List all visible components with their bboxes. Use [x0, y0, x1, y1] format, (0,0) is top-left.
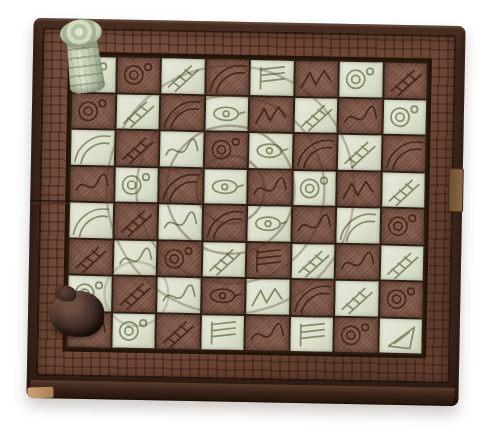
- carved-motif-ladder: [380, 245, 423, 280]
- square-c8[interactable]: [161, 58, 204, 93]
- square-f1[interactable]: [290, 316, 333, 351]
- carved-motif-spiral: [380, 282, 423, 317]
- square-g6[interactable]: [338, 135, 381, 170]
- carved-motif-spiral: [204, 132, 247, 167]
- square-e2[interactable]: [246, 279, 289, 314]
- square-a7[interactable]: [72, 93, 115, 128]
- carved-motif-ladder: [115, 130, 158, 165]
- carved-motif-ladder: [156, 314, 199, 349]
- square-g7[interactable]: [339, 98, 382, 133]
- photo-background: [0, 0, 500, 445]
- carved-motif-ladder: [291, 243, 334, 278]
- square-c6[interactable]: [160, 131, 203, 166]
- carved-motif-eye: [202, 278, 245, 313]
- carved-motif-arc: [71, 130, 114, 165]
- carved-motif-spiral: [339, 62, 382, 97]
- carved-motif-arc: [69, 203, 112, 238]
- carved-motif-banner: [250, 60, 293, 95]
- carved-motif-banner: [247, 243, 290, 278]
- carved-motif-arc: [382, 136, 425, 171]
- square-g8[interactable]: [339, 62, 382, 97]
- square-c3[interactable]: [158, 241, 201, 276]
- carved-motif-wave: [292, 207, 335, 242]
- carved-motif-wave: [248, 170, 291, 205]
- square-c7[interactable]: [161, 95, 204, 130]
- square-e8[interactable]: [250, 60, 293, 95]
- carved-motif-spiral: [72, 93, 115, 128]
- square-e7[interactable]: [250, 97, 293, 132]
- square-g5[interactable]: [337, 171, 380, 206]
- square-h3[interactable]: [380, 245, 423, 280]
- square-e6[interactable]: [249, 133, 292, 168]
- square-a6[interactable]: [71, 130, 114, 165]
- square-d4[interactable]: [203, 205, 246, 240]
- square-f7[interactable]: [294, 97, 337, 132]
- carved-motif-arc: [291, 280, 334, 315]
- carved-motif-spiral: [293, 170, 336, 205]
- square-h5[interactable]: [382, 172, 425, 207]
- square-f8[interactable]: [295, 61, 338, 96]
- carved-motif-wave: [157, 277, 200, 312]
- carved-motif-ladder: [113, 276, 156, 311]
- square-g4[interactable]: [336, 208, 379, 243]
- square-c5[interactable]: [159, 168, 202, 203]
- board-grid: [65, 55, 429, 356]
- carved-motif-wave: [158, 204, 201, 239]
- square-g2[interactable]: [335, 281, 378, 316]
- square-f3[interactable]: [291, 243, 334, 278]
- carved-motif-zigzag: [295, 61, 338, 96]
- carved-motif-banner: [201, 315, 244, 350]
- carved-motif-eye: [249, 133, 292, 168]
- square-b5[interactable]: [115, 167, 158, 202]
- carved-motif-arc: [203, 205, 246, 240]
- square-g1[interactable]: [334, 317, 377, 352]
- square-b2[interactable]: [113, 276, 156, 311]
- square-a4[interactable]: [69, 203, 112, 238]
- square-h8[interactable]: [384, 63, 427, 98]
- carved-motif-ladder: [161, 58, 204, 93]
- square-d6[interactable]: [204, 132, 247, 167]
- carved-motif-wave: [70, 166, 113, 201]
- carved-motif-wave: [113, 240, 156, 275]
- light-wood-corner: [27, 387, 53, 399]
- carved-motif-spiral: [115, 167, 158, 202]
- black-rook-body: [50, 290, 105, 337]
- carved-motif-ladder: [69, 239, 112, 274]
- carved-motif-spiral: [383, 99, 426, 134]
- square-c2[interactable]: [157, 277, 200, 312]
- hinge-right: [448, 168, 464, 212]
- square-a3[interactable]: [69, 239, 112, 274]
- carved-motif-ladder: [338, 135, 381, 170]
- carved-motif-ladder: [116, 94, 159, 129]
- square-e1[interactable]: [245, 316, 288, 351]
- square-a5[interactable]: [70, 166, 113, 201]
- carved-motif-arc: [293, 134, 336, 169]
- carved-motif-ladder: [384, 63, 427, 98]
- carved-motif-spiral: [117, 58, 160, 93]
- carved-motif-banner: [290, 316, 333, 351]
- square-f6[interactable]: [293, 134, 336, 169]
- square-d2[interactable]: [202, 278, 245, 313]
- carved-motif-spiral: [334, 317, 377, 352]
- carved-motif-spiral: [158, 241, 201, 276]
- carved-motif-arc: [161, 95, 204, 130]
- chess-board-box: [26, 18, 465, 406]
- square-h4[interactable]: [381, 209, 424, 244]
- carved-motif-spiral: [112, 313, 155, 348]
- fold-seam-left: [30, 200, 70, 205]
- carved-motif-eye: [247, 206, 290, 241]
- square-d8[interactable]: [206, 59, 249, 94]
- black-rook-piece[interactable]: [50, 290, 105, 337]
- square-f4[interactable]: [292, 207, 335, 242]
- carved-motif-eye: [204, 169, 247, 204]
- square-d5[interactable]: [204, 169, 247, 204]
- carved-motif-spiral: [381, 209, 424, 244]
- carved-motif-ladder: [294, 97, 337, 132]
- carved-motif-ladder: [114, 203, 157, 238]
- square-h6[interactable]: [382, 136, 425, 171]
- carved-motif-wave: [160, 131, 203, 166]
- square-d1[interactable]: [201, 315, 244, 350]
- carved-motif-tri: [379, 318, 422, 353]
- carved-motif-eye: [205, 96, 248, 131]
- carved-motif-zigzag: [246, 279, 289, 314]
- carved-motif-arc: [206, 59, 249, 94]
- carved-motif-arc: [336, 208, 379, 243]
- square-e5[interactable]: [248, 170, 291, 205]
- square-b1[interactable]: [112, 313, 155, 348]
- box-front-side: [30, 380, 454, 405]
- carved-motif-ladder: [202, 242, 245, 277]
- square-h2[interactable]: [380, 282, 423, 317]
- carved-motif-zigzag: [250, 97, 293, 132]
- carved-motif-wave: [336, 244, 379, 279]
- carved-motif-wave: [339, 98, 382, 133]
- square-f2[interactable]: [291, 280, 334, 315]
- square-b6[interactable]: [115, 130, 158, 165]
- square-e3[interactable]: [247, 243, 290, 278]
- square-f5[interactable]: [293, 170, 336, 205]
- square-b3[interactable]: [113, 240, 156, 275]
- square-g3[interactable]: [336, 244, 379, 279]
- square-d7[interactable]: [205, 96, 248, 131]
- carved-motif-arc: [159, 168, 202, 203]
- square-b7[interactable]: [116, 94, 159, 129]
- square-e4[interactable]: [247, 206, 290, 241]
- square-c1[interactable]: [156, 314, 199, 349]
- square-d3[interactable]: [202, 242, 245, 277]
- square-h1[interactable]: [379, 318, 422, 353]
- square-b4[interactable]: [114, 203, 157, 238]
- white-rook-piece[interactable]: [56, 17, 113, 100]
- square-h7[interactable]: [383, 99, 426, 134]
- carved-motif-wave: [245, 316, 288, 351]
- carved-motif-ladder: [382, 172, 425, 207]
- square-c4[interactable]: [158, 204, 201, 239]
- square-b8[interactable]: [117, 58, 160, 93]
- carved-motif-zigzag: [337, 171, 380, 206]
- carved-motif-ladder: [335, 281, 378, 316]
